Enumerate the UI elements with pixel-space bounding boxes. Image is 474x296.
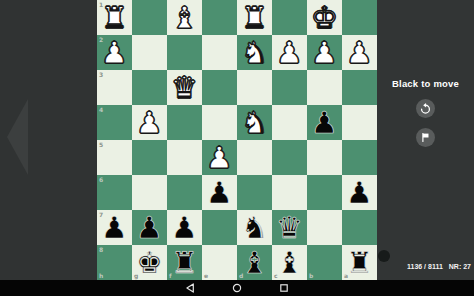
square-f6[interactable]: [167, 175, 202, 210]
square-c3[interactable]: [272, 70, 307, 105]
file-label-d: d: [239, 272, 243, 279]
square-c8[interactable]: c♝: [272, 245, 307, 280]
left-panel: [0, 0, 97, 280]
square-h6[interactable]: 6: [97, 175, 132, 210]
rank-label-6: 6: [99, 176, 103, 183]
square-g5[interactable]: [132, 140, 167, 175]
peek-dot-button[interactable]: [378, 250, 390, 262]
flag-button[interactable]: [416, 128, 435, 147]
square-f2[interactable]: [167, 35, 202, 70]
rank-label-3: 3: [99, 71, 103, 78]
recents-icon: [279, 283, 289, 293]
square-f3[interactable]: ♛: [167, 70, 202, 105]
square-c6[interactable]: [272, 175, 307, 210]
square-h3[interactable]: 3: [97, 70, 132, 105]
white-pawn: ♟: [132, 105, 167, 140]
file-label-b: b: [309, 272, 313, 279]
back-icon: [185, 283, 195, 293]
square-e2[interactable]: [202, 35, 237, 70]
square-a5[interactable]: [342, 140, 377, 175]
square-g1[interactable]: [132, 0, 167, 35]
file-label-f: f: [169, 272, 172, 279]
square-c7[interactable]: ♛: [272, 210, 307, 245]
square-h5[interactable]: 5: [97, 140, 132, 175]
square-f7[interactable]: ♟: [167, 210, 202, 245]
white-pawn: ♟: [272, 35, 307, 70]
square-e4[interactable]: [202, 105, 237, 140]
square-e8[interactable]: e: [202, 245, 237, 280]
black-knight: ♞: [237, 210, 272, 245]
rank-label-7: 7: [99, 211, 103, 218]
chess-board[interactable]: 1♜♝♜♚2♟♞♟♟♟3♛4♟♞♟5♟6♟♟7♟♟♟♞♛8hg♚f♜ed♝c♝b…: [97, 0, 377, 280]
flag-icon: [419, 131, 432, 144]
square-d6[interactable]: [237, 175, 272, 210]
square-a7[interactable]: [342, 210, 377, 245]
sidebar: Black to move 1136 / 8111NR: 27: [377, 0, 474, 280]
replay-icon: [419, 102, 432, 115]
square-d3[interactable]: [237, 70, 272, 105]
black-queen: ♛: [272, 210, 307, 245]
black-pawn: ♟: [307, 105, 342, 140]
black-pawn: ♟: [167, 210, 202, 245]
square-g2[interactable]: [132, 35, 167, 70]
square-d5[interactable]: [237, 140, 272, 175]
square-h1[interactable]: 1♜: [97, 0, 132, 35]
square-c1[interactable]: [272, 0, 307, 35]
android-nav-bar: [0, 280, 474, 296]
app-screen: 1♜♝♜♚2♟♞♟♟♟3♛4♟♞♟5♟6♟♟7♟♟♟♞♛8hg♚f♜ed♝c♝b…: [0, 0, 474, 296]
puzzle-stats: 1136 / 8111NR: 27: [407, 263, 471, 270]
black-pawn: ♟: [132, 210, 167, 245]
square-g8[interactable]: g♚: [132, 245, 167, 280]
square-h4[interactable]: 4: [97, 105, 132, 140]
square-c5[interactable]: [272, 140, 307, 175]
home-icon: [232, 283, 242, 293]
square-e1[interactable]: [202, 0, 237, 35]
square-b3[interactable]: [307, 70, 342, 105]
white-pawn: ♟: [342, 35, 377, 70]
black-rook: ♜: [167, 245, 202, 280]
square-d2[interactable]: ♞: [237, 35, 272, 70]
white-knight: ♞: [237, 105, 272, 140]
rank-label-8: 8: [99, 246, 103, 253]
file-label-c: c: [274, 272, 278, 279]
square-e5[interactable]: ♟: [202, 140, 237, 175]
file-label-a: a: [344, 272, 348, 279]
white-pawn: ♟: [202, 140, 237, 175]
square-e3[interactable]: [202, 70, 237, 105]
square-f1[interactable]: ♝: [167, 0, 202, 35]
square-h7[interactable]: 7♟: [97, 210, 132, 245]
square-b8[interactable]: b: [307, 245, 342, 280]
black-pawn: ♟: [342, 175, 377, 210]
file-label-e: e: [204, 272, 208, 279]
square-f5[interactable]: [167, 140, 202, 175]
square-g4[interactable]: ♟: [132, 105, 167, 140]
square-c4[interactable]: [272, 105, 307, 140]
square-a8[interactable]: a♜: [342, 245, 377, 280]
square-b1[interactable]: ♚: [307, 0, 342, 35]
puzzle-progress: 1136 / 8111: [407, 263, 443, 270]
white-knight: ♞: [237, 35, 272, 70]
rank-label-4: 4: [99, 106, 103, 113]
square-b2[interactable]: ♟: [307, 35, 342, 70]
square-d1[interactable]: ♜: [237, 0, 272, 35]
square-e7[interactable]: [202, 210, 237, 245]
square-c2[interactable]: ♟: [272, 35, 307, 70]
square-a6[interactable]: ♟: [342, 175, 377, 210]
home-button[interactable]: [232, 283, 242, 293]
file-label-h: h: [99, 272, 103, 279]
square-b5[interactable]: [307, 140, 342, 175]
square-g3[interactable]: [132, 70, 167, 105]
rank-label-2: 2: [99, 36, 103, 43]
status-text: Black to move: [377, 78, 474, 89]
white-bishop: ♝: [167, 0, 202, 35]
square-h2[interactable]: 2♟: [97, 35, 132, 70]
black-pawn: ♟: [202, 175, 237, 210]
square-g7[interactable]: ♟: [132, 210, 167, 245]
rank-label-5: 5: [99, 141, 103, 148]
square-f4[interactable]: [167, 105, 202, 140]
square-g6[interactable]: [132, 175, 167, 210]
square-a1[interactable]: [342, 0, 377, 35]
square-b4[interactable]: ♟: [307, 105, 342, 140]
white-king: ♚: [307, 0, 342, 35]
square-d7[interactable]: ♞: [237, 210, 272, 245]
rank-label-1: 1: [99, 1, 103, 8]
square-a4[interactable]: [342, 105, 377, 140]
back-button[interactable]: [185, 283, 195, 293]
white-queen: ♛: [167, 70, 202, 105]
previous-arrow-icon[interactable]: [7, 99, 28, 175]
square-f8[interactable]: f♜: [167, 245, 202, 280]
white-rook: ♜: [237, 0, 272, 35]
square-a3[interactable]: [342, 70, 377, 105]
square-b6[interactable]: [307, 175, 342, 210]
square-b7[interactable]: [307, 210, 342, 245]
puzzle-number: NR: 27: [449, 263, 471, 270]
square-d4[interactable]: ♞: [237, 105, 272, 140]
square-a2[interactable]: ♟: [342, 35, 377, 70]
replay-button[interactable]: [416, 99, 435, 118]
white-pawn: ♟: [307, 35, 342, 70]
recents-button[interactable]: [279, 283, 289, 293]
file-label-g: g: [134, 272, 138, 279]
square-h8[interactable]: 8h: [97, 245, 132, 280]
square-d8[interactable]: d♝: [237, 245, 272, 280]
square-e6[interactable]: ♟: [202, 175, 237, 210]
